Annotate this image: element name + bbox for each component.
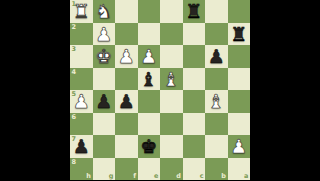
square-c5[interactable] — [183, 90, 206, 113]
square-a6[interactable] — [228, 113, 251, 136]
square-h2[interactable]: 2 — [70, 23, 93, 46]
square-b4[interactable] — [205, 68, 228, 91]
square-c1[interactable]: ♜ — [183, 0, 206, 23]
square-e7[interactable]: ♚ — [138, 135, 161, 158]
square-d7[interactable] — [160, 135, 183, 158]
letterbox-background: 1♜♞♜2♟♜3♚♟♟♟4♝♝5♟♟♟♝67♟♚♟8hgfedcba — [0, 0, 320, 180]
piece-white-knight[interactable]: ♞ — [95, 0, 112, 22]
square-b1[interactable] — [205, 0, 228, 23]
square-a5[interactable] — [228, 90, 251, 113]
square-e1[interactable] — [138, 0, 161, 23]
square-d5[interactable] — [160, 90, 183, 113]
square-f4[interactable] — [115, 68, 138, 91]
file-label-a: a — [244, 173, 248, 180]
square-c4[interactable] — [183, 68, 206, 91]
square-g8[interactable]: g — [93, 158, 116, 181]
square-b6[interactable] — [205, 113, 228, 136]
rank-label-3: 3 — [72, 46, 77, 53]
square-b2[interactable] — [205, 23, 228, 46]
square-e2[interactable] — [138, 23, 161, 46]
square-c2[interactable] — [183, 23, 206, 46]
piece-white-pawn[interactable]: ♟ — [95, 22, 112, 45]
square-d2[interactable] — [160, 23, 183, 46]
piece-black-pawn[interactable]: ♟ — [73, 135, 90, 158]
square-h3[interactable]: 3 — [70, 45, 93, 68]
square-d8[interactable]: d — [160, 158, 183, 181]
square-e5[interactable] — [138, 90, 161, 113]
square-g5[interactable]: ♟ — [93, 90, 116, 113]
square-a1[interactable] — [228, 0, 251, 23]
square-h7[interactable]: 7♟ — [70, 135, 93, 158]
file-label-c: c — [200, 173, 204, 180]
square-g6[interactable] — [93, 113, 116, 136]
square-a7[interactable]: ♟ — [228, 135, 251, 158]
square-f8[interactable]: f — [115, 158, 138, 181]
piece-black-king[interactable]: ♚ — [140, 135, 157, 158]
square-c8[interactable]: c — [183, 158, 206, 181]
file-label-g: g — [109, 173, 114, 180]
rank-label-6: 6 — [72, 114, 77, 121]
square-a2[interactable]: ♜ — [228, 23, 251, 46]
square-f7[interactable] — [115, 135, 138, 158]
square-e8[interactable]: e — [138, 158, 161, 181]
square-d1[interactable] — [160, 0, 183, 23]
file-label-d: d — [176, 173, 181, 180]
chess-board: 1♜♞♜2♟♜3♚♟♟♟4♝♝5♟♟♟♝67♟♚♟8hgfedcba — [70, 0, 250, 180]
square-b3[interactable]: ♟ — [205, 45, 228, 68]
piece-black-pawn[interactable]: ♟ — [95, 90, 112, 113]
square-d3[interactable] — [160, 45, 183, 68]
square-c7[interactable] — [183, 135, 206, 158]
square-g4[interactable] — [93, 68, 116, 91]
piece-black-pawn[interactable]: ♟ — [118, 90, 135, 113]
piece-black-rook[interactable]: ♜ — [230, 22, 247, 45]
piece-white-bishop[interactable]: ♝ — [163, 67, 180, 90]
piece-white-pawn[interactable]: ♟ — [140, 45, 157, 68]
piece-white-king[interactable]: ♚ — [95, 45, 112, 68]
square-e6[interactable] — [138, 113, 161, 136]
piece-white-rook[interactable]: ♜ — [73, 0, 90, 22]
square-c6[interactable] — [183, 113, 206, 136]
square-b8[interactable]: b — [205, 158, 228, 181]
square-c3[interactable] — [183, 45, 206, 68]
square-d6[interactable] — [160, 113, 183, 136]
square-b7[interactable] — [205, 135, 228, 158]
rank-label-4: 4 — [72, 69, 77, 76]
square-e4[interactable]: ♝ — [138, 68, 161, 91]
piece-white-bishop[interactable]: ♝ — [208, 90, 225, 113]
piece-white-pawn[interactable]: ♟ — [230, 135, 247, 158]
square-d4[interactable]: ♝ — [160, 68, 183, 91]
square-g7[interactable] — [93, 135, 116, 158]
square-h6[interactable]: 6 — [70, 113, 93, 136]
square-h5[interactable]: 5♟ — [70, 90, 93, 113]
square-f2[interactable] — [115, 23, 138, 46]
piece-black-rook[interactable]: ♜ — [185, 0, 202, 22]
square-h4[interactable]: 4 — [70, 68, 93, 91]
square-a4[interactable] — [228, 68, 251, 91]
square-f6[interactable] — [115, 113, 138, 136]
piece-white-pawn[interactable]: ♟ — [118, 45, 135, 68]
square-g3[interactable]: ♚ — [93, 45, 116, 68]
square-e3[interactable]: ♟ — [138, 45, 161, 68]
square-f3[interactable]: ♟ — [115, 45, 138, 68]
rank-label-2: 2 — [72, 24, 77, 31]
piece-white-pawn[interactable]: ♟ — [73, 90, 90, 113]
square-f1[interactable] — [115, 0, 138, 23]
square-f5[interactable]: ♟ — [115, 90, 138, 113]
square-b5[interactable]: ♝ — [205, 90, 228, 113]
file-label-h: h — [86, 173, 91, 180]
square-h1[interactable]: 1♜ — [70, 0, 93, 23]
square-g2[interactable]: ♟ — [93, 23, 116, 46]
square-h8[interactable]: 8h — [70, 158, 93, 181]
file-label-f: f — [133, 173, 136, 180]
piece-black-bishop[interactable]: ♝ — [140, 67, 157, 90]
square-a3[interactable] — [228, 45, 251, 68]
file-label-e: e — [154, 173, 158, 180]
square-g1[interactable]: ♞ — [93, 0, 116, 23]
square-a8[interactable]: a — [228, 158, 251, 181]
piece-black-pawn[interactable]: ♟ — [208, 45, 225, 68]
rank-label-8: 8 — [72, 159, 77, 166]
file-label-b: b — [221, 173, 226, 180]
